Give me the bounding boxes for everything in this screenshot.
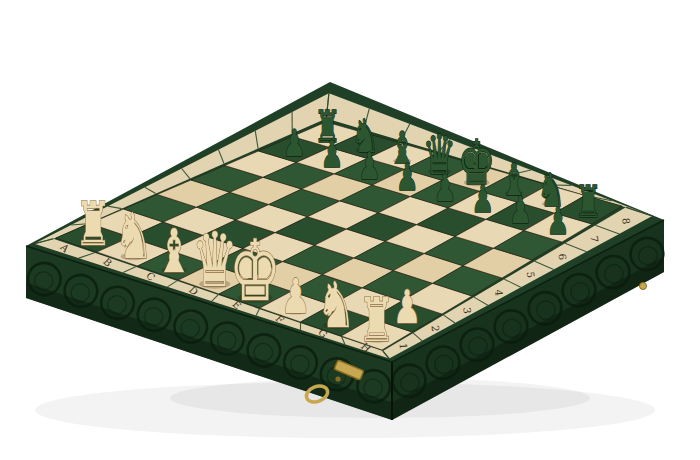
piece-green-pawn-b7: ♟ [320, 133, 343, 177]
rank-label-1: 1 [398, 343, 410, 350]
piece-green-pawn-e7: ♟ [434, 166, 457, 210]
piece-green-pawn-g7: ♟ [509, 188, 532, 232]
rank-label-4: 4 [493, 289, 505, 296]
piece-white-knight-b1: ♞ [114, 199, 153, 274]
piece-green-pawn-a7: ♟ [283, 121, 306, 165]
piece-green-pawn-c7: ♟ [358, 144, 381, 188]
piece-white-king-e1: ♚ [229, 222, 281, 320]
piece-white-pawn-f1: ♟ [281, 269, 311, 325]
chess-set-photo: ABCDEFGH12345678♜♞♟♝♟♛♟♚♟♝♟♞♟♜♟♟♜♞♝♛♚♟♟♞… [0, 0, 700, 460]
rank-label-6: 6 [557, 253, 569, 260]
rank-label-2: 2 [429, 325, 441, 332]
brass-hinge [640, 283, 647, 290]
product-photo: ABCDEFGH12345678♜♞♟♝♟♛♟♚♟♝♟♞♟♜♟♟♜♞♝♛♚♟♟♞… [0, 0, 700, 460]
piece-white-rook-a1: ♜ [74, 189, 111, 259]
piece-green-rook-h8: ♜ [575, 176, 602, 227]
latch-pin [335, 376, 340, 381]
piece-green-pawn-h7: ♟ [547, 200, 570, 244]
piece-white-knight-g1: ♞ [317, 268, 356, 343]
rank-label-8: 8 [620, 217, 632, 224]
piece-green-pawn-d7: ♟ [396, 155, 419, 199]
rank-label-5: 5 [525, 271, 537, 278]
piece-white-pawn-h2: ♟ [393, 280, 422, 334]
piece-green-pawn-f7: ♟ [471, 177, 494, 221]
rank-label-3: 3 [461, 307, 473, 314]
piece-white-bishop-c1: ♝ [156, 216, 193, 286]
piece-white-rook-h1: ♜ [358, 285, 395, 355]
rank-label-7: 7 [588, 235, 600, 242]
